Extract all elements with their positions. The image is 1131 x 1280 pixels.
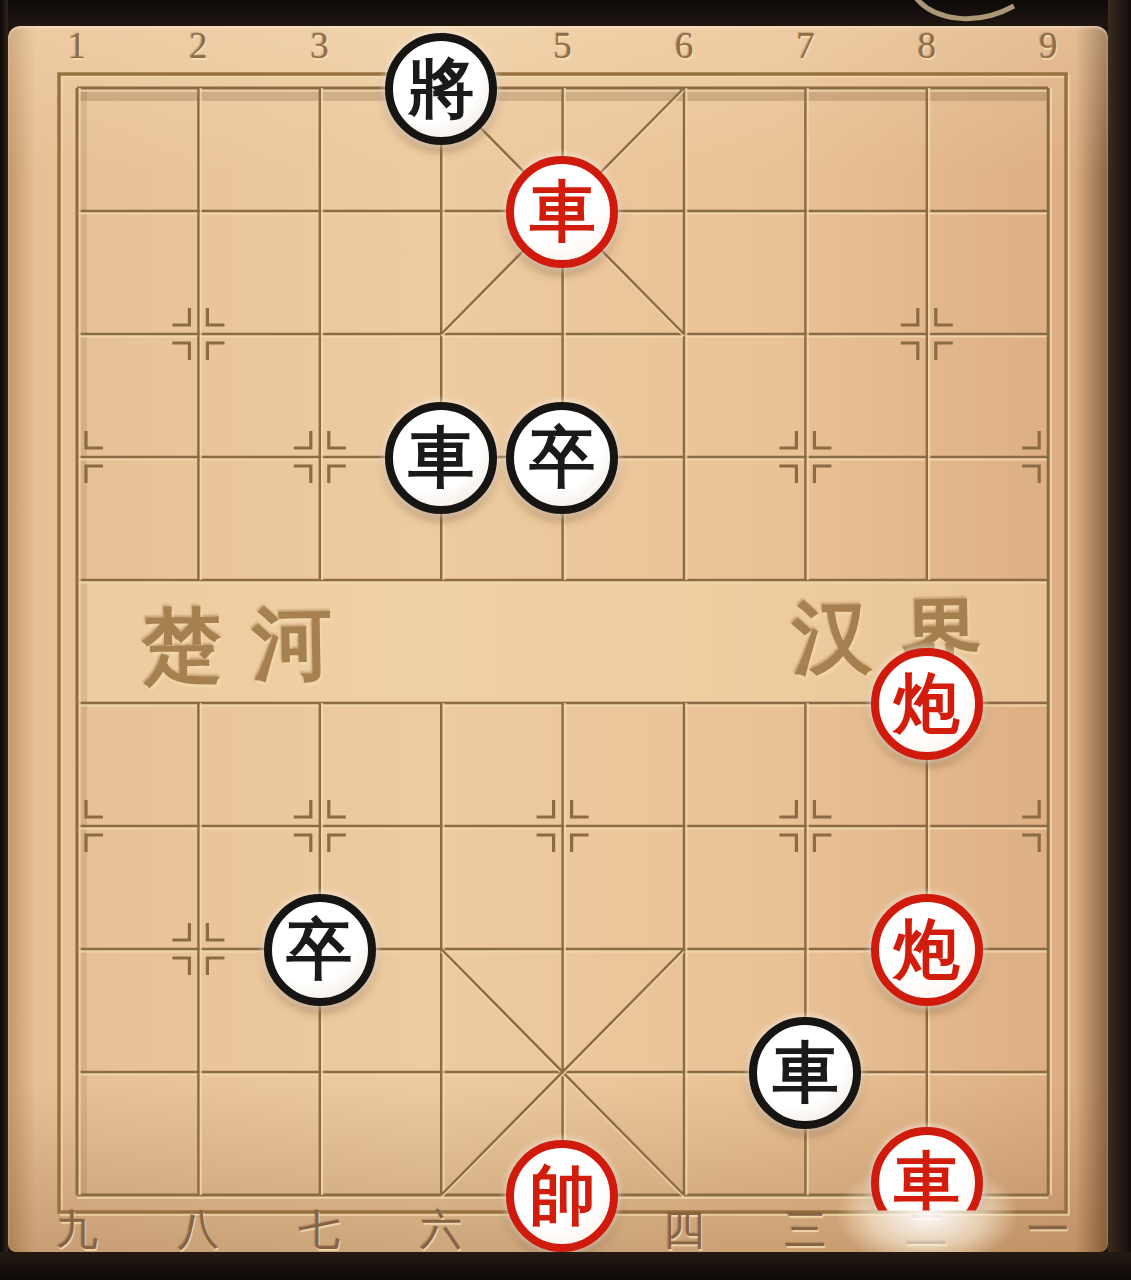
piece-face: 車 bbox=[385, 402, 497, 514]
piece-face: 車 bbox=[871, 1127, 983, 1239]
piece-black-soldier[interactable]: 卒 bbox=[264, 894, 376, 1006]
piece-face: 車 bbox=[749, 1017, 861, 1129]
piece-black-chariot[interactable]: 車 bbox=[749, 1017, 861, 1129]
piece-face: 車 bbox=[506, 156, 618, 268]
xiangqi-app-screen: 楚河 汉界 123456789 九八七六五四三二一 將車車卒炮卒炮車帥車 bbox=[0, 0, 1131, 1280]
screen-edge-bottom bbox=[0, 1252, 1131, 1280]
screen-edge-right bbox=[1108, 0, 1131, 1280]
piece-face: 卒 bbox=[264, 894, 376, 1006]
piece-face: 卒 bbox=[506, 402, 618, 514]
piece-red-chariot[interactable]: 車 bbox=[871, 1127, 983, 1239]
piece-red-cannon[interactable]: 炮 bbox=[871, 648, 983, 760]
piece-face: 帥 bbox=[506, 1140, 618, 1252]
piece-black-chariot[interactable]: 車 bbox=[385, 402, 497, 514]
piece-red-general[interactable]: 帥 bbox=[506, 1140, 618, 1252]
piece-red-chariot[interactable]: 車 bbox=[506, 156, 618, 268]
piece-face: 將 bbox=[385, 33, 497, 145]
screen-edge-top bbox=[0, 0, 1131, 26]
piece-black-general[interactable]: 將 bbox=[385, 33, 497, 145]
piece-red-cannon[interactable]: 炮 bbox=[871, 894, 983, 1006]
piece-face: 炮 bbox=[871, 648, 983, 760]
piece-face: 炮 bbox=[871, 894, 983, 1006]
screen-edge-left bbox=[0, 0, 8, 1280]
board-grid: 將車車卒炮卒炮車帥車 bbox=[16, 27, 1109, 1257]
piece-black-soldier[interactable]: 卒 bbox=[506, 402, 618, 514]
top-band-decoration bbox=[0, 0, 1131, 26]
